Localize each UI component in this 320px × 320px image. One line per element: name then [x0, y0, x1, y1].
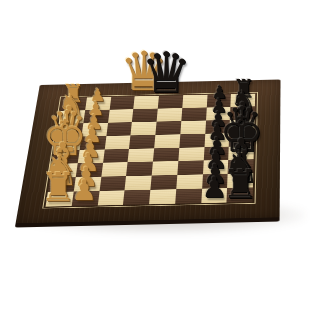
square-h5[interactable] [149, 189, 176, 204]
inlay-line [42, 92, 258, 208]
square-g7[interactable] [202, 174, 228, 189]
square-a7[interactable] [206, 94, 231, 107]
square-g2[interactable] [73, 177, 100, 192]
square-g5[interactable] [150, 175, 177, 190]
square-b1[interactable] [59, 110, 85, 124]
square-e6[interactable] [178, 147, 204, 161]
square-h4[interactable] [123, 190, 150, 205]
square-h8[interactable] [227, 188, 253, 203]
square-a6[interactable] [182, 95, 207, 108]
square-b3[interactable] [108, 109, 134, 123]
square-b8[interactable] [230, 106, 255, 119]
square-b5[interactable] [157, 108, 182, 122]
square-c7[interactable] [205, 120, 230, 134]
square-h6[interactable] [175, 189, 202, 204]
square-d6[interactable] [179, 134, 205, 148]
square-f5[interactable] [152, 161, 178, 175]
square-c8[interactable] [230, 119, 255, 133]
square-d7[interactable] [204, 133, 229, 147]
square-c6[interactable] [180, 120, 205, 134]
square-c1[interactable] [57, 123, 84, 137]
square-h1[interactable] [46, 192, 74, 207]
square-a4[interactable] [133, 96, 158, 109]
square-e3[interactable] [103, 149, 130, 163]
square-f1[interactable] [50, 163, 77, 178]
square-d1[interactable] [54, 136, 81, 150]
square-a8[interactable] [231, 94, 256, 107]
square-f3[interactable] [101, 162, 128, 177]
square-b4[interactable] [132, 109, 158, 123]
square-g8[interactable] [227, 173, 253, 188]
board-squares [46, 94, 256, 207]
square-c5[interactable] [155, 121, 181, 135]
square-f7[interactable] [202, 160, 228, 174]
square-e7[interactable] [203, 146, 229, 160]
square-a1[interactable] [61, 97, 87, 110]
square-e1[interactable] [52, 150, 79, 164]
square-f4[interactable] [126, 162, 153, 176]
square-d3[interactable] [104, 135, 130, 149]
square-e8[interactable] [228, 146, 253, 160]
chess-board [15, 80, 281, 228]
square-f6[interactable] [177, 161, 203, 175]
square-c3[interactable] [106, 122, 132, 136]
square-h3[interactable] [97, 190, 124, 205]
square-a3[interactable] [109, 96, 135, 109]
square-b7[interactable] [206, 107, 231, 120]
square-d5[interactable] [154, 134, 180, 148]
square-e2[interactable] [77, 149, 104, 163]
square-b2[interactable] [83, 110, 109, 124]
square-g6[interactable] [176, 175, 202, 190]
square-f8[interactable] [228, 159, 254, 173]
chess-product-photo: ♜♟♟♜♞♟♟♞♝♟♟♝♛♟♟♛♚♟♟♚♝♟♟♝♞♟♟♞♜♟♟♜♛♛ [0, 0, 320, 320]
square-a2[interactable] [85, 97, 111, 110]
square-g4[interactable] [125, 176, 152, 191]
square-d2[interactable] [79, 136, 106, 150]
square-h2[interactable] [71, 191, 99, 206]
square-g3[interactable] [99, 176, 126, 191]
square-b6[interactable] [181, 107, 206, 120]
square-g1[interactable] [48, 177, 76, 192]
square-f2[interactable] [75, 163, 102, 178]
square-e4[interactable] [128, 148, 154, 162]
square-d4[interactable] [129, 135, 155, 149]
square-a5[interactable] [158, 95, 183, 108]
square-e5[interactable] [153, 148, 179, 162]
square-c2[interactable] [81, 123, 107, 137]
square-h7[interactable] [201, 188, 227, 203]
square-c4[interactable] [131, 121, 157, 135]
square-d8[interactable] [229, 132, 254, 146]
